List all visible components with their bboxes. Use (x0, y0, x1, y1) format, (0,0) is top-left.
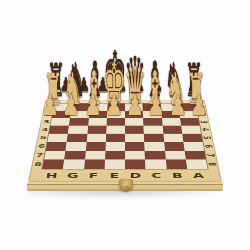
chess-piece-light-pawns: ♟ (62, 92, 80, 120)
chess-piece-light-pawns: ♟ (41, 92, 59, 120)
chess-piece-light-pawns: ♟ (126, 92, 144, 120)
chess-piece-light-pawns: ♟ (169, 92, 187, 120)
chess-piece-light-pawns: ♟ (190, 92, 208, 120)
chess-piece-light-pawns: ♟ (84, 92, 102, 120)
chess-piece-light-pawns: ♟ (147, 92, 165, 120)
pieces-layer: ♟♟♟♟♟♟♟♟♜♞♝♚♛♝♞♜♜♞♝♚♛♝♞♜♟♟♟♟♟♟♟♟ (0, 0, 250, 250)
product-photo: HGFEDCBA 12345678 12345678 ♟♟♟♟♟♟♟♟♜♞♝♚♛… (0, 0, 250, 250)
chess-piece-light-pawns: ♟ (105, 92, 123, 120)
